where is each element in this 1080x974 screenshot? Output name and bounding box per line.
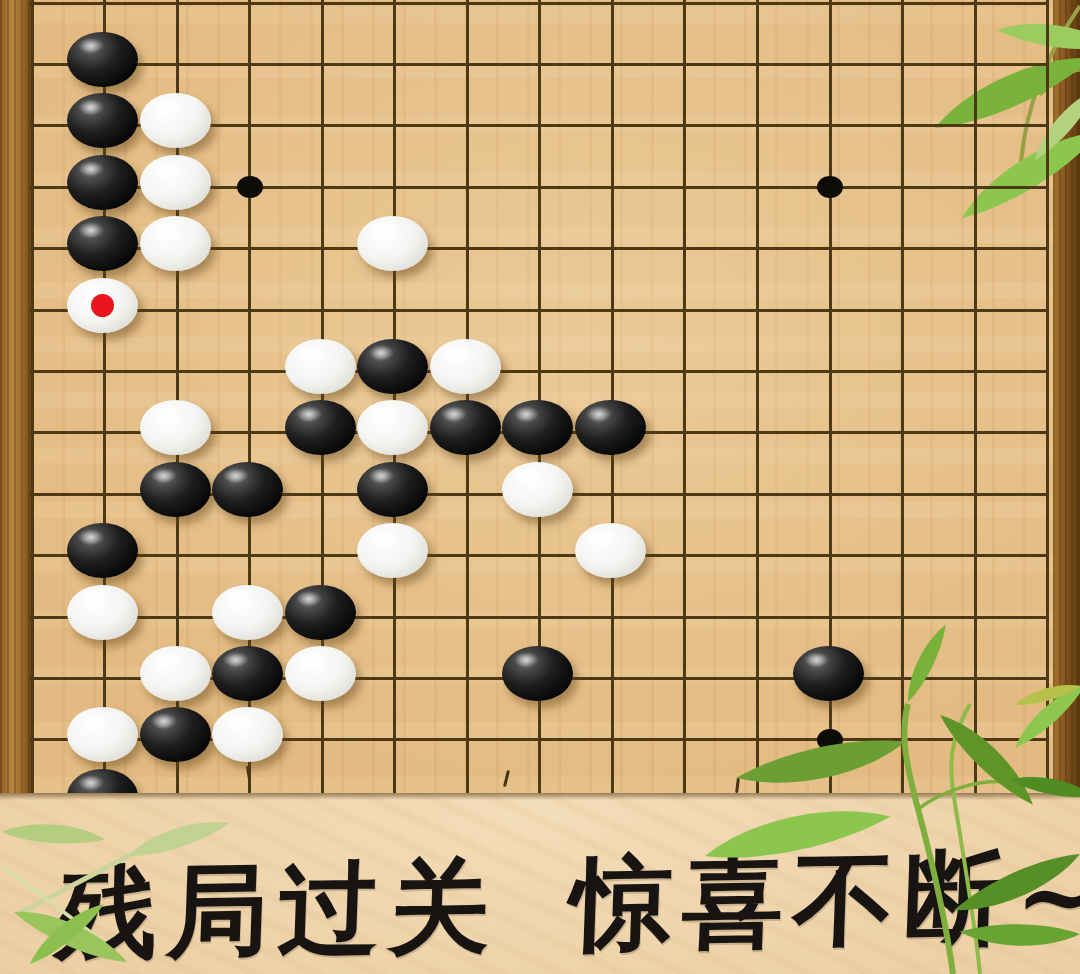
black-stone: ● xyxy=(67,155,138,210)
stone-glyph: ● xyxy=(357,339,428,394)
grid-line xyxy=(30,554,1049,557)
stone-glyph: ○ xyxy=(67,585,138,640)
white-stone: ○ xyxy=(140,400,211,455)
black-stone: ● xyxy=(575,400,646,455)
stone-glyph: ○ xyxy=(67,707,138,762)
banner-text: 残局过关 惊喜不断~ xyxy=(54,830,1069,974)
white-stone: ○ xyxy=(212,585,283,640)
black-stone: ● xyxy=(67,32,138,87)
white-stone: ○ xyxy=(357,400,428,455)
grid-line xyxy=(974,0,977,793)
stone-glyph: ○ xyxy=(285,339,356,394)
black-stone: ● xyxy=(285,400,356,455)
stone-glyph: ○ xyxy=(140,216,211,271)
stone-glyph: ● xyxy=(357,462,428,517)
black-stone: ● xyxy=(502,400,573,455)
black-stone: ● xyxy=(357,339,428,394)
grid-line xyxy=(683,0,686,793)
black-stone: ● xyxy=(285,585,356,640)
black-stone: ● xyxy=(793,646,864,701)
stone-glyph: ● xyxy=(212,462,283,517)
black-stone: ● xyxy=(212,462,283,517)
go-app-screen: ●●○●○●○○○○●○○●○●●●●●●○●○○○○●○●○●●○●○● 残局… xyxy=(0,0,1080,974)
grid-line xyxy=(30,2,1049,5)
stone-glyph: ○ xyxy=(357,216,428,271)
grid-line xyxy=(756,0,759,793)
stone-glyph: ○ xyxy=(357,400,428,455)
white-stone: ○ xyxy=(140,155,211,210)
stone-glyph: ● xyxy=(140,462,211,517)
grid-line xyxy=(30,63,1049,66)
stone-glyph: ○ xyxy=(140,400,211,455)
black-stone: ● xyxy=(67,769,138,793)
white-stone: ○ xyxy=(502,462,573,517)
stone-glyph: ○ xyxy=(140,93,211,148)
stone-glyph: ○ xyxy=(502,462,573,517)
stone-glyph: ● xyxy=(793,646,864,701)
white-stone: ○ xyxy=(67,707,138,762)
banner-strip: 残局过关 惊喜不断~ xyxy=(0,793,1080,974)
stone-glyph: ● xyxy=(212,646,283,701)
stone-glyph: ● xyxy=(67,155,138,210)
stone-glyph: ● xyxy=(502,646,573,701)
grid-line xyxy=(466,0,469,793)
white-stone: ○ xyxy=(67,585,138,640)
black-stone: ● xyxy=(430,400,501,455)
stone-glyph: ○ xyxy=(575,523,646,578)
white-stone: ○ xyxy=(140,93,211,148)
last-move-marker xyxy=(91,294,114,317)
grid-line xyxy=(393,0,396,793)
grid-line xyxy=(30,616,1049,619)
stone-glyph: ● xyxy=(67,93,138,148)
white-stone: ○ xyxy=(140,216,211,271)
star-point xyxy=(817,729,843,751)
black-stone: ● xyxy=(67,216,138,271)
stone-glyph: ● xyxy=(67,32,138,87)
star-point xyxy=(237,176,263,198)
stone-glyph: ● xyxy=(430,400,501,455)
white-stone: ○ xyxy=(285,339,356,394)
stone-glyph: ● xyxy=(285,585,356,640)
go-board[interactable]: ●●○●○●○○○○●○○●○●●●●●●○●○○○○●○●○●●○●○● xyxy=(0,0,1080,793)
stone-glyph: ○ xyxy=(140,155,211,210)
white-stone: ○ xyxy=(357,523,428,578)
stone-glyph: ● xyxy=(140,707,211,762)
black-stone: ● xyxy=(502,646,573,701)
grid-line xyxy=(1046,0,1049,793)
black-stone: ● xyxy=(357,462,428,517)
stone-glyph: ● xyxy=(285,400,356,455)
white-stone: ○ xyxy=(212,707,283,762)
stone-glyph: ● xyxy=(575,400,646,455)
grid-line xyxy=(611,0,614,793)
white-stone: ○ xyxy=(285,646,356,701)
black-stone: ● xyxy=(212,646,283,701)
stone-glyph: ○ xyxy=(357,523,428,578)
stone-glyph: ● xyxy=(67,769,138,793)
stone-glyph: ○ xyxy=(430,339,501,394)
white-stone: ○ xyxy=(430,339,501,394)
stone-glyph: ● xyxy=(502,400,573,455)
stone-glyph: ○ xyxy=(285,646,356,701)
black-stone: ● xyxy=(67,93,138,148)
white-stone: ○ xyxy=(357,216,428,271)
grid-line xyxy=(30,370,1049,373)
white-stone: ○ xyxy=(140,646,211,701)
stone-glyph: ○ xyxy=(212,707,283,762)
stone-glyph: ● xyxy=(67,523,138,578)
stone-glyph: ○ xyxy=(140,646,211,701)
board-left-edge-wood xyxy=(0,0,31,793)
bamboo-decoration-top-right xyxy=(840,0,1080,240)
white-stone: ○ xyxy=(575,523,646,578)
black-stone: ● xyxy=(67,523,138,578)
board-right-edge-wood xyxy=(1053,0,1080,793)
stone-glyph: ● xyxy=(67,216,138,271)
black-stone: ● xyxy=(140,462,211,517)
black-stone: ● xyxy=(140,707,211,762)
grid-line xyxy=(31,0,34,793)
grid-line xyxy=(901,0,904,793)
star-point xyxy=(817,176,843,198)
grid-line xyxy=(30,309,1049,312)
stone-glyph: ○ xyxy=(212,585,283,640)
